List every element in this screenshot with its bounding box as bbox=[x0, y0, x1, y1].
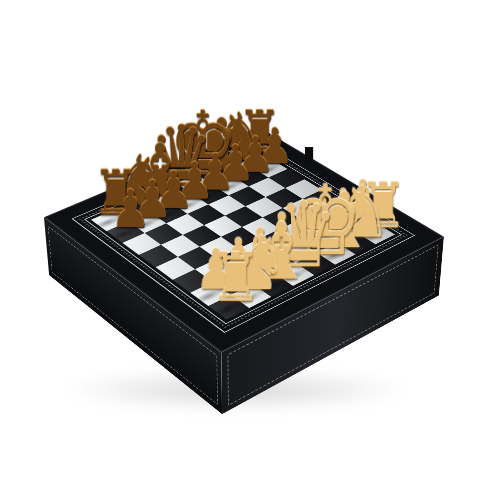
piece-shadow bbox=[215, 160, 248, 176]
piece-black-pawn-g7: ♟ bbox=[234, 130, 276, 180]
piece-shadow bbox=[318, 225, 352, 243]
piece-white-pawn-f2: ♟ bbox=[300, 192, 345, 245]
piece-black-pawn-h7: ♟ bbox=[254, 122, 296, 171]
piece-white-pawn-h2: ♟ bbox=[341, 173, 385, 225]
piece-black-rook-h8: ♜ bbox=[234, 104, 283, 162]
piece-black-knight-g8: ♞ bbox=[212, 104, 268, 170]
piece-black-knight-b8: ♞ bbox=[108, 146, 167, 215]
piece-black-king-e8: ♚ bbox=[165, 101, 240, 190]
piece-black-bishop-f8: ♝ bbox=[191, 109, 251, 179]
piece-white-pawn-g2: ♟ bbox=[321, 183, 366, 235]
piece-shadow bbox=[338, 215, 372, 233]
piece-shadow bbox=[274, 267, 310, 287]
piece-shadow bbox=[154, 186, 188, 203]
chess-box: ♜♞♝♛♚♝♞♜♟♟♟♟♟♟♟♟♟♟♟♟♟♟♟♟♜♞♝♛♚♝♞♜ bbox=[44, 127, 444, 353]
piece-white-knight-g1: ♞ bbox=[333, 177, 394, 248]
piece-black-queen-d8: ♛ bbox=[146, 114, 217, 197]
piece-shadow bbox=[336, 236, 370, 254]
latch-tab bbox=[305, 147, 313, 162]
piece-shadow bbox=[189, 286, 226, 306]
piece-white-pawn-d2: ♟ bbox=[258, 211, 304, 265]
piece-shadow bbox=[297, 235, 332, 253]
piece-white-bishop-c1: ♝ bbox=[247, 212, 314, 291]
piece-shadow bbox=[251, 162, 283, 178]
piece-white-rook-h1: ♜ bbox=[356, 175, 409, 238]
piece-shadow bbox=[356, 227, 390, 245]
piece-white-rook-a1: ♜ bbox=[207, 244, 264, 311]
piece-white-pawn-a2: ♟ bbox=[192, 242, 239, 298]
piece-black-pawn-b7: ♟ bbox=[130, 174, 174, 226]
piece-black-pawn-f7: ♟ bbox=[214, 139, 256, 189]
product-photo-scene: ♜♞♝♛♚♝♞♜♟♟♟♟♟♟♟♟♟♟♟♟♟♟♟♟♜♞♝♛♚♝♞♜ bbox=[0, 0, 500, 500]
